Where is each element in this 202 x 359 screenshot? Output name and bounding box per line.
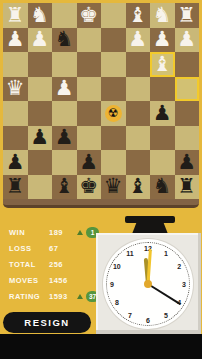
- stat-row-rating: RATING 1593 37: [9, 288, 104, 304]
- white-knight: ♞: [153, 5, 172, 26]
- white-pawn: ♟: [128, 29, 147, 50]
- square-f1[interactable]: [52, 3, 77, 28]
- black-pawn: ♟: [30, 127, 49, 148]
- square-f6[interactable]: ♟: [52, 126, 77, 151]
- square-e7[interactable]: ♟: [77, 150, 102, 175]
- white-pawn: ♟: [153, 29, 172, 50]
- black-rook: ♜: [6, 176, 25, 197]
- square-a4[interactable]: [175, 77, 200, 102]
- white-knight: ♞: [30, 5, 49, 26]
- square-g8[interactable]: [28, 175, 53, 200]
- square-g2[interactable]: ♟: [28, 28, 53, 53]
- white-rook: ♜: [177, 5, 196, 26]
- square-c5[interactable]: [126, 101, 151, 126]
- square-d7[interactable]: [101, 150, 126, 175]
- square-b7[interactable]: [150, 150, 175, 175]
- square-g4[interactable]: [28, 77, 53, 102]
- up-arrow-icon: [77, 294, 83, 299]
- white-pawn: ♟: [55, 78, 74, 99]
- square-d3[interactable]: [101, 52, 126, 77]
- square-e4[interactable]: [77, 77, 102, 102]
- win-value: 189: [49, 228, 77, 237]
- square-a2[interactable]: ♟: [175, 28, 200, 53]
- square-a1[interactable]: ♜: [175, 3, 200, 28]
- win-label: WIN: [9, 228, 49, 237]
- square-b3[interactable]: ♝: [150, 52, 175, 77]
- white-pawn: ♟: [6, 29, 25, 50]
- stats-panel: WIN 189 1 LOSS 67 TOTAL 256 MOVES 1456 R…: [9, 224, 104, 304]
- square-d8[interactable]: ♛: [101, 175, 126, 200]
- clock-numeral-11: 11: [126, 249, 133, 256]
- black-king: ♚: [79, 176, 98, 197]
- square-d6[interactable]: [101, 126, 126, 151]
- board-base: [3, 199, 199, 208]
- radiation-icon: ☢: [105, 105, 122, 122]
- clock-numeral-6: 6: [146, 317, 150, 324]
- black-pawn: ♟: [55, 127, 74, 148]
- clock-numeral-10: 10: [113, 263, 121, 270]
- square-h7[interactable]: ♟: [3, 150, 28, 175]
- clock-numeral-7: 7: [128, 312, 132, 319]
- white-king: ♚: [79, 5, 98, 26]
- square-c6[interactable]: [126, 126, 151, 151]
- total-value: 256: [49, 260, 77, 269]
- black-bishop: ♝: [128, 176, 147, 197]
- chess-board: ♜♞♚♝♞♜♟♟♞♟♟♟♝♛♟☢♟♟♟♟♟♟♜♝♚♛♝♞♜: [3, 3, 199, 199]
- white-queen: ♛: [6, 78, 25, 99]
- square-e8[interactable]: ♚: [77, 175, 102, 200]
- square-d2[interactable]: [101, 28, 126, 53]
- white-rook: ♜: [6, 5, 25, 26]
- square-e1[interactable]: ♚: [77, 3, 102, 28]
- moves-label: MOVES: [9, 276, 49, 285]
- square-f4[interactable]: ♟: [52, 77, 77, 102]
- square-b6[interactable]: [150, 126, 175, 151]
- resign-button[interactable]: RESIGN: [3, 312, 91, 333]
- square-a7[interactable]: ♟: [175, 150, 200, 175]
- clock-numeral-3: 3: [182, 281, 186, 288]
- black-queen: ♛: [104, 176, 123, 197]
- square-f5[interactable]: [52, 101, 77, 126]
- clock-numeral-8: 8: [115, 299, 119, 306]
- white-pawn: ♟: [177, 29, 196, 50]
- bottom-bar: [0, 334, 202, 359]
- square-e6[interactable]: [77, 126, 102, 151]
- square-b5[interactable]: ♟: [150, 101, 175, 126]
- chess-clock: 12 1 2 3 4 5 6 7 8 9 10 11: [96, 233, 201, 334]
- square-g7[interactable]: [28, 150, 53, 175]
- square-h4[interactable]: ♛: [3, 77, 28, 102]
- rating-value: 1593: [49, 292, 77, 301]
- black-knight: ♞: [153, 176, 172, 197]
- clock-numeral-2: 2: [177, 263, 181, 270]
- square-b2[interactable]: ♟: [150, 28, 175, 53]
- white-bishop: ♝: [128, 5, 147, 26]
- square-a3[interactable]: [175, 52, 200, 77]
- square-a6[interactable]: [175, 126, 200, 151]
- stat-row-win: WIN 189 1: [9, 224, 104, 240]
- square-c7[interactable]: [126, 150, 151, 175]
- black-rook: ♜: [177, 176, 196, 197]
- square-a5[interactable]: [175, 101, 200, 126]
- white-bishop: ♝: [153, 54, 172, 75]
- square-h6[interactable]: [3, 126, 28, 151]
- square-c8[interactable]: ♝: [126, 175, 151, 200]
- square-h5[interactable]: [3, 101, 28, 126]
- square-h2[interactable]: ♟: [3, 28, 28, 53]
- clock-numeral-9: 9: [110, 281, 114, 288]
- black-knight: ♞: [55, 29, 74, 50]
- black-pawn: ♟: [6, 152, 25, 173]
- square-c3[interactable]: [126, 52, 151, 77]
- black-pawn: ♟: [177, 152, 196, 173]
- clock-numeral-5: 5: [164, 312, 168, 319]
- black-pawn: ♟: [153, 103, 172, 124]
- square-c1[interactable]: ♝: [126, 3, 151, 28]
- square-b8[interactable]: ♞: [150, 175, 175, 200]
- loss-label: LOSS: [9, 244, 49, 253]
- square-g5[interactable]: [28, 101, 53, 126]
- clock-button-bar: [125, 216, 175, 223]
- clock-numeral-1: 1: [164, 249, 168, 256]
- square-b1[interactable]: ♞: [150, 3, 175, 28]
- stat-row-moves: MOVES 1456: [9, 272, 104, 288]
- square-c4[interactable]: [126, 77, 151, 102]
- app-screen: ♜♞♚♝♞♜♟♟♞♟♟♟♝♛♟☢♟♟♟♟♟♟♜♝♚♛♝♞♜ WIN 189 1 …: [0, 0, 202, 359]
- black-bishop: ♝: [55, 176, 74, 197]
- square-g3[interactable]: [28, 52, 53, 77]
- square-f3[interactable]: [52, 52, 77, 77]
- square-e5[interactable]: [77, 101, 102, 126]
- square-e3[interactable]: [77, 52, 102, 77]
- square-h3[interactable]: [3, 52, 28, 77]
- square-b4[interactable]: [150, 77, 175, 102]
- rating-label: RATING: [9, 292, 49, 301]
- total-label: TOTAL: [9, 260, 49, 269]
- up-arrow-icon: [77, 230, 83, 235]
- clock-center-dot: [144, 280, 152, 288]
- square-f7[interactable]: [52, 150, 77, 175]
- clock-button: [125, 216, 175, 234]
- loss-value: 67: [49, 244, 77, 253]
- square-e2[interactable]: [77, 28, 102, 53]
- square-h8[interactable]: ♜: [3, 175, 28, 200]
- stat-row-loss: LOSS 67: [9, 240, 104, 256]
- square-a8[interactable]: ♜: [175, 175, 200, 200]
- square-f8[interactable]: ♝: [52, 175, 77, 200]
- square-f2[interactable]: ♞: [52, 28, 77, 53]
- square-g1[interactable]: ♞: [28, 3, 53, 28]
- white-pawn: ♟: [30, 29, 49, 50]
- square-h1[interactable]: ♜: [3, 3, 28, 28]
- stat-row-total: TOTAL 256: [9, 256, 104, 272]
- square-d5[interactable]: ☢: [101, 101, 126, 126]
- black-pawn: ♟: [79, 152, 98, 173]
- clock-face: 12 1 2 3 4 5 6 7 8 9 10 11: [103, 239, 193, 329]
- square-c2[interactable]: ♟: [126, 28, 151, 53]
- square-d1[interactable]: [101, 3, 126, 28]
- moves-value: 1456: [49, 276, 77, 285]
- square-g6[interactable]: ♟: [28, 126, 53, 151]
- square-d4[interactable]: [101, 77, 126, 102]
